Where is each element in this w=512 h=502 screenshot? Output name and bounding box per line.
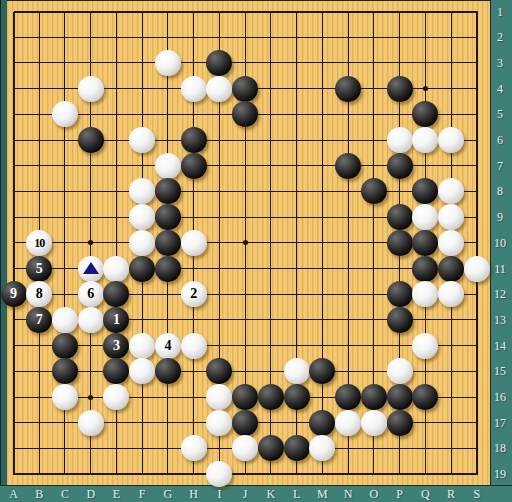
row-label-9: 9 (497, 211, 503, 223)
column-label-J: J (243, 488, 248, 500)
grid-line-horizontal (14, 37, 478, 38)
move-number-6: 6 (87, 281, 94, 307)
stone-black-N16[interactable] (335, 384, 361, 410)
stone-white-G3[interactable] (155, 50, 181, 76)
stone-black-K16[interactable] (258, 384, 284, 410)
stone-black-P9[interactable] (387, 204, 413, 230)
stone-white-B10[interactable]: 10 (26, 230, 52, 256)
move-number-2: 2 (190, 281, 197, 307)
stone-black-G10[interactable] (155, 230, 181, 256)
move-number-1: 1 (113, 307, 120, 333)
stone-black-P16[interactable] (387, 384, 413, 410)
stone-white-H4[interactable] (181, 76, 207, 102)
stone-white-R6[interactable] (438, 127, 464, 153)
column-label-B: B (35, 488, 43, 500)
stone-black-L16[interactable] (284, 384, 310, 410)
stone-black-O16[interactable] (361, 384, 387, 410)
stone-black-B11[interactable]: 5 (26, 256, 52, 282)
stone-black-L18[interactable] (284, 435, 310, 461)
move-number-9: 9 (10, 281, 17, 307)
stone-black-J17[interactable] (232, 410, 258, 436)
grid-line-horizontal (14, 191, 478, 192)
stone-black-M17[interactable] (309, 410, 335, 436)
grid-line-horizontal (14, 11, 478, 13)
grid-line-horizontal (14, 62, 478, 63)
column-label-E: E (113, 488, 120, 500)
column-label-N: N (344, 488, 353, 500)
column-label-K: K (267, 488, 276, 500)
stone-white-Q14[interactable] (412, 333, 438, 359)
column-label-L: L (293, 488, 300, 500)
column-label-R: R (447, 488, 455, 500)
grid-line-horizontal (14, 345, 478, 346)
stone-white-C16[interactable] (52, 384, 78, 410)
stone-white-L15[interactable] (284, 358, 310, 384)
column-coordinate-band (0, 485, 512, 502)
stone-white-C13[interactable] (52, 307, 78, 333)
column-label-G: G (164, 488, 173, 500)
stone-white-G14[interactable]: 4 (155, 333, 181, 359)
stone-black-P17[interactable] (387, 410, 413, 436)
row-label-1: 1 (497, 6, 503, 18)
stone-black-E14[interactable]: 3 (103, 333, 129, 359)
stone-black-G11[interactable] (155, 256, 181, 282)
stone-white-E11[interactable] (103, 256, 129, 282)
row-label-13: 13 (494, 314, 506, 326)
row-label-4: 4 (497, 83, 503, 95)
stone-black-B13[interactable]: 7 (26, 307, 52, 333)
column-label-Q: Q (421, 488, 430, 500)
stone-black-C14[interactable] (52, 333, 78, 359)
stone-black-Q11[interactable] (412, 256, 438, 282)
stone-white-N17[interactable] (335, 410, 361, 436)
stone-white-S11[interactable] (464, 256, 490, 282)
stone-white-R9[interactable] (438, 204, 464, 230)
move-number-5: 5 (36, 256, 43, 282)
stone-black-N7[interactable] (335, 153, 361, 179)
stone-black-P7[interactable] (387, 153, 413, 179)
row-label-14: 14 (494, 340, 506, 352)
stone-white-I17[interactable] (206, 410, 232, 436)
go-diagram-screen: 1059862713412345678910111213141516171819… (0, 0, 512, 502)
move-number-8: 8 (36, 281, 43, 307)
star-point-Q4 (423, 86, 428, 91)
stone-black-F11[interactable] (129, 256, 155, 282)
row-label-18: 18 (494, 442, 506, 454)
stone-black-H7[interactable] (181, 153, 207, 179)
column-label-I: I (217, 488, 221, 500)
grid-line-vertical (476, 12, 478, 476)
column-label-D: D (86, 488, 95, 500)
grid-line-vertical (13, 12, 15, 476)
column-label-F: F (139, 488, 146, 500)
column-label-P: P (396, 488, 403, 500)
stone-black-G9[interactable] (155, 204, 181, 230)
stone-black-N4[interactable] (335, 76, 361, 102)
star-point-J10 (243, 240, 248, 245)
grid-line-vertical (322, 12, 323, 476)
stone-white-G7[interactable] (155, 153, 181, 179)
stone-black-P10[interactable] (387, 230, 413, 256)
row-label-11: 11 (494, 263, 506, 275)
row-label-19: 19 (494, 468, 506, 480)
grid-line-horizontal (14, 473, 478, 475)
stone-white-H12[interactable]: 2 (181, 281, 207, 307)
stone-white-H18[interactable] (181, 435, 207, 461)
stone-black-A12[interactable]: 9 (1, 281, 27, 307)
stone-black-R11[interactable] (438, 256, 464, 282)
column-label-H: H (189, 488, 198, 500)
row-label-17: 17 (494, 417, 506, 429)
stone-black-P12[interactable] (387, 281, 413, 307)
column-label-M: M (317, 488, 328, 500)
column-label-A: A (9, 488, 18, 500)
stone-white-R10[interactable] (438, 230, 464, 256)
stone-white-D17[interactable] (78, 410, 104, 436)
move-number-7: 7 (36, 307, 43, 333)
column-label-O: O (370, 488, 379, 500)
row-label-7: 7 (497, 160, 503, 172)
row-label-15: 15 (494, 365, 506, 377)
stone-white-O17[interactable] (361, 410, 387, 436)
row-label-5: 5 (497, 108, 503, 120)
row-label-3: 3 (497, 57, 503, 69)
column-label-C: C (61, 488, 69, 500)
star-point-D16 (88, 395, 93, 400)
row-label-16: 16 (494, 391, 506, 403)
stone-white-I4[interactable] (206, 76, 232, 102)
row-label-8: 8 (497, 185, 503, 197)
stone-white-F6[interactable] (129, 127, 155, 153)
stone-white-H10[interactable] (181, 230, 207, 256)
stone-black-D6[interactable] (78, 127, 104, 153)
stone-black-Q10[interactable] (412, 230, 438, 256)
left-border-strip (0, 0, 7, 502)
stone-white-H14[interactable] (181, 333, 207, 359)
stone-white-P6[interactable] (387, 127, 413, 153)
row-label-12: 12 (494, 288, 506, 300)
stone-white-P15[interactable] (387, 358, 413, 384)
stone-black-P4[interactable] (387, 76, 413, 102)
stone-white-D13[interactable] (78, 307, 104, 333)
triangle-marker-icon (83, 262, 99, 274)
stone-white-D12[interactable]: 6 (78, 281, 104, 307)
stone-black-J4[interactable] (232, 76, 258, 102)
column-label-S: S (473, 488, 480, 500)
row-label-2: 2 (497, 31, 503, 43)
stone-white-D11[interactable] (78, 256, 104, 282)
stone-black-J16[interactable] (232, 384, 258, 410)
move-number-10: 10 (34, 230, 44, 256)
stone-white-F14[interactable] (129, 333, 155, 359)
row-label-6: 6 (497, 134, 503, 146)
row-label-10: 10 (494, 237, 506, 249)
move-number-4: 4 (164, 333, 171, 359)
stone-white-D4[interactable] (78, 76, 104, 102)
stone-black-P13[interactable] (387, 307, 413, 333)
stone-white-F10[interactable] (129, 230, 155, 256)
stone-black-H6[interactable] (181, 127, 207, 153)
move-number-3: 3 (113, 333, 120, 359)
